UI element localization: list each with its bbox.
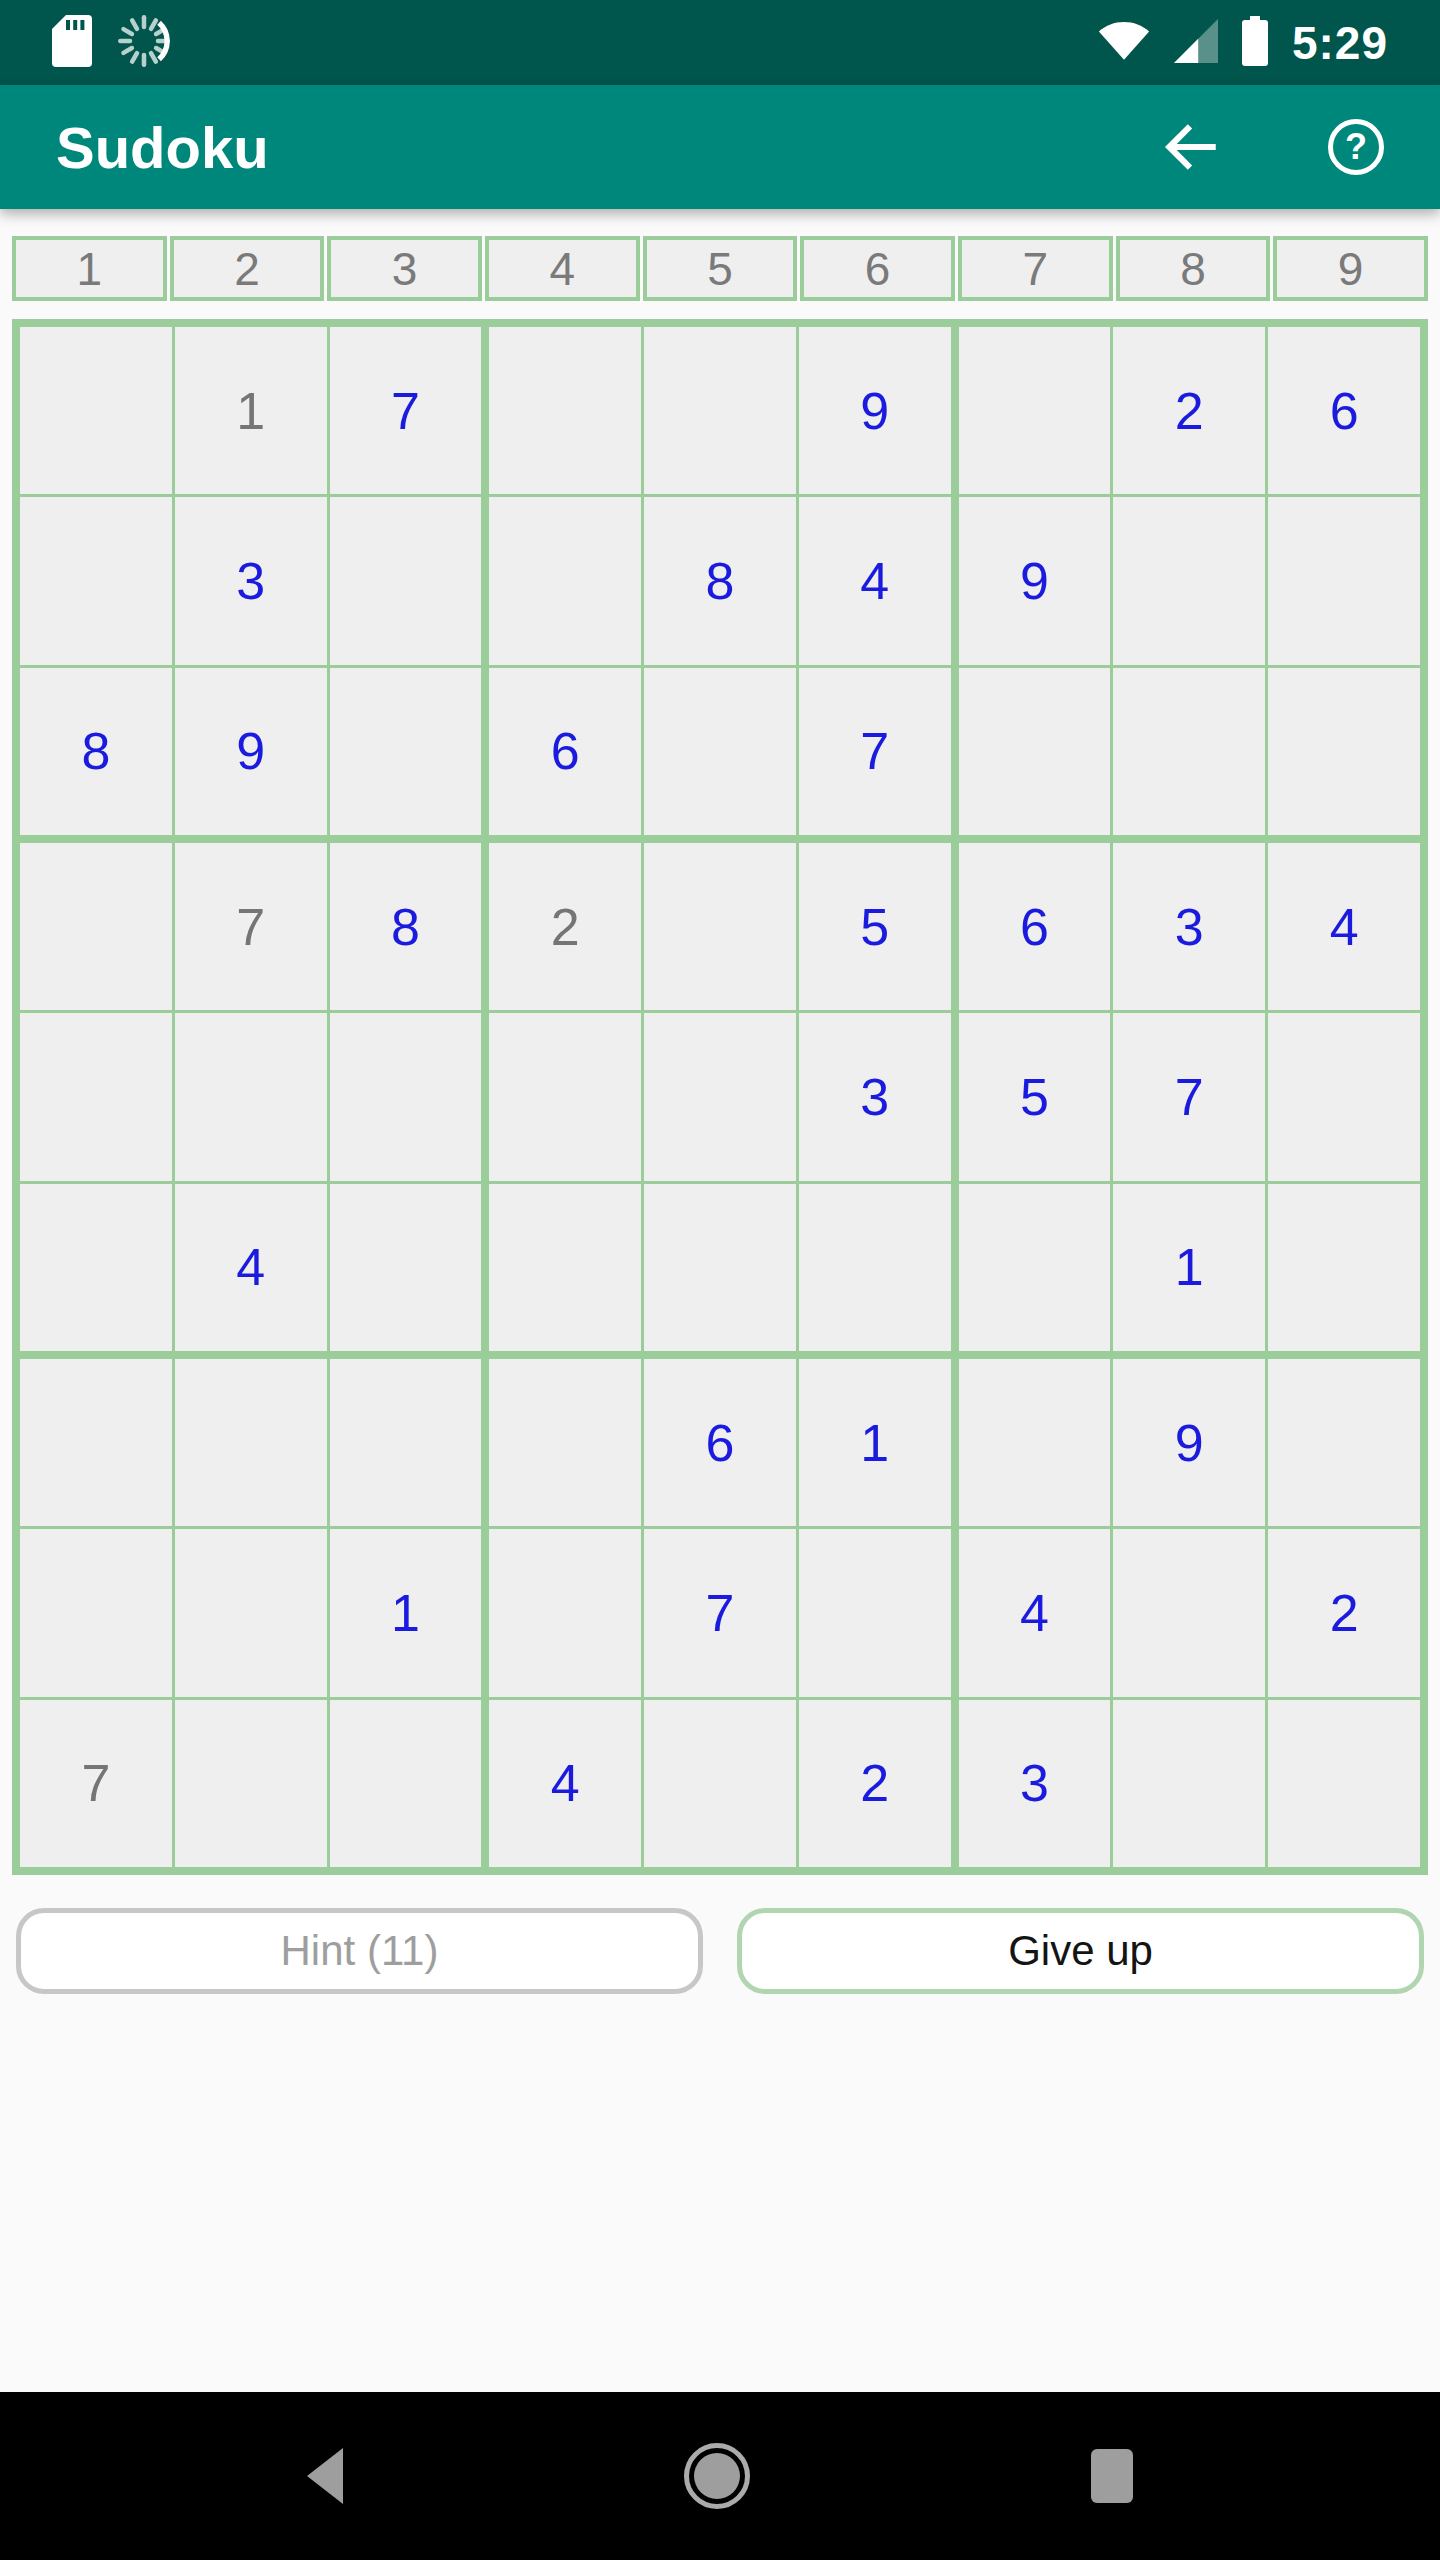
android-nav-bar bbox=[0, 2392, 1440, 2560]
cell-r1c8[interactable]: 2 bbox=[1113, 327, 1265, 494]
nav-recents-icon[interactable] bbox=[1091, 2449, 1133, 2503]
board-block-5: 253 bbox=[489, 843, 950, 1351]
cell-r9c7[interactable]: 3 bbox=[959, 1700, 1111, 1867]
cell-r7c2[interactable] bbox=[175, 1359, 327, 1526]
cell-r8c7[interactable]: 4 bbox=[959, 1529, 1111, 1696]
cell-r2c6[interactable]: 4 bbox=[799, 497, 951, 664]
digit-header-cell-1[interactable]: 1 bbox=[12, 236, 167, 301]
cell-r5c1[interactable] bbox=[20, 1013, 172, 1180]
board-block-6: 634571 bbox=[959, 843, 1420, 1351]
board-block-3: 269 bbox=[959, 327, 1420, 835]
wifi-icon bbox=[1098, 21, 1150, 65]
board-block-1: 17389 bbox=[20, 327, 481, 835]
sudoku-board: 173899846726978425363457117617429423 bbox=[12, 319, 1428, 1875]
board-block-7: 17 bbox=[20, 1359, 481, 1867]
cell-r3c1[interactable]: 8 bbox=[20, 668, 172, 835]
cell-r4c4[interactable]: 2 bbox=[489, 843, 641, 1010]
cell-r8c9[interactable]: 2 bbox=[1268, 1529, 1420, 1696]
cell-r3c8[interactable] bbox=[1113, 668, 1265, 835]
cell-r5c9[interactable] bbox=[1268, 1013, 1420, 1180]
cell-r7c3[interactable] bbox=[330, 1359, 482, 1526]
cell-r9c5[interactable] bbox=[644, 1700, 796, 1867]
battery-icon bbox=[1242, 16, 1268, 70]
cell-r8c2[interactable] bbox=[175, 1529, 327, 1696]
cell-signal-icon bbox=[1174, 19, 1218, 67]
cell-r5c5[interactable] bbox=[644, 1013, 796, 1180]
cell-r7c6[interactable]: 1 bbox=[799, 1359, 951, 1526]
cell-r8c6[interactable] bbox=[799, 1529, 951, 1696]
status-bar-right: 5:29 bbox=[1098, 16, 1388, 70]
cell-r3c2[interactable]: 9 bbox=[175, 668, 327, 835]
cell-r2c8[interactable] bbox=[1113, 497, 1265, 664]
cell-r7c5[interactable]: 6 bbox=[644, 1359, 796, 1526]
digit-header-cell-7[interactable]: 7 bbox=[958, 236, 1113, 301]
back-arrow-icon[interactable] bbox=[1158, 114, 1224, 180]
cell-r5c3[interactable] bbox=[330, 1013, 482, 1180]
cell-r8c5[interactable]: 7 bbox=[644, 1529, 796, 1696]
digit-header: 123456789 bbox=[12, 236, 1428, 301]
cell-r4c9[interactable]: 4 bbox=[1268, 843, 1420, 1010]
cell-r7c1[interactable] bbox=[20, 1359, 172, 1526]
cell-r1c3[interactable]: 7 bbox=[330, 327, 482, 494]
cell-r6c3[interactable] bbox=[330, 1184, 482, 1351]
cell-r5c8[interactable]: 7 bbox=[1113, 1013, 1265, 1180]
cell-r7c8[interactable]: 9 bbox=[1113, 1359, 1265, 1526]
cell-r4c3[interactable]: 8 bbox=[330, 843, 482, 1010]
cell-r2c1[interactable] bbox=[20, 497, 172, 664]
cell-r6c1[interactable] bbox=[20, 1184, 172, 1351]
cell-r6c5[interactable] bbox=[644, 1184, 796, 1351]
cell-r2c7[interactable]: 9 bbox=[959, 497, 1111, 664]
nav-back-icon[interactable] bbox=[307, 2448, 343, 2504]
cell-r9c4[interactable]: 4 bbox=[489, 1700, 641, 1867]
cell-r1c1[interactable] bbox=[20, 327, 172, 494]
cell-r6c8[interactable]: 1 bbox=[1113, 1184, 1265, 1351]
hint-button[interactable]: Hint (11) bbox=[16, 1908, 703, 1994]
help-icon[interactable]: ? bbox=[1328, 119, 1384, 175]
status-time: 5:29 bbox=[1292, 16, 1388, 70]
cell-r9c1[interactable]: 7 bbox=[20, 1700, 172, 1867]
action-buttons: Hint (11) Give up bbox=[16, 1908, 1424, 1994]
digit-header-cell-4[interactable]: 4 bbox=[485, 236, 640, 301]
cell-r4c2[interactable]: 7 bbox=[175, 843, 327, 1010]
cell-r6c4[interactable] bbox=[489, 1184, 641, 1351]
cell-r1c9[interactable]: 6 bbox=[1268, 327, 1420, 494]
status-bar-left bbox=[52, 13, 172, 73]
cell-r9c2[interactable] bbox=[175, 1700, 327, 1867]
cell-r5c2[interactable] bbox=[175, 1013, 327, 1180]
cell-r8c4[interactable] bbox=[489, 1529, 641, 1696]
app-bar: Sudoku ? bbox=[0, 85, 1440, 209]
cell-r9c8[interactable] bbox=[1113, 1700, 1265, 1867]
cell-r3c4[interactable]: 6 bbox=[489, 668, 641, 835]
page-title: Sudoku bbox=[56, 114, 1158, 181]
cell-r9c3[interactable] bbox=[330, 1700, 482, 1867]
cell-r8c3[interactable]: 1 bbox=[330, 1529, 482, 1696]
help-glyph: ? bbox=[1345, 126, 1367, 168]
cell-r1c2[interactable]: 1 bbox=[175, 327, 327, 494]
digit-header-cell-2[interactable]: 2 bbox=[170, 236, 325, 301]
cell-r7c7[interactable] bbox=[959, 1359, 1111, 1526]
give-up-button[interactable]: Give up bbox=[737, 1908, 1424, 1994]
cell-r3c3[interactable] bbox=[330, 668, 482, 835]
cell-r6c6[interactable] bbox=[799, 1184, 951, 1351]
cell-r8c8[interactable] bbox=[1113, 1529, 1265, 1696]
cell-r1c6[interactable]: 9 bbox=[799, 327, 951, 494]
cell-r5c7[interactable]: 5 bbox=[959, 1013, 1111, 1180]
cell-r4c8[interactable]: 3 bbox=[1113, 843, 1265, 1010]
digit-header-cell-6[interactable]: 6 bbox=[800, 236, 955, 301]
cell-r6c9[interactable] bbox=[1268, 1184, 1420, 1351]
nav-home-icon[interactable] bbox=[684, 2443, 750, 2509]
cell-r9c6[interactable]: 2 bbox=[799, 1700, 951, 1867]
cell-r3c9[interactable] bbox=[1268, 668, 1420, 835]
cell-r8c1[interactable] bbox=[20, 1529, 172, 1696]
cell-r4c1[interactable] bbox=[20, 843, 172, 1010]
board-block-8: 61742 bbox=[489, 1359, 950, 1867]
board-block-2: 98467 bbox=[489, 327, 950, 835]
cell-r5c4[interactable] bbox=[489, 1013, 641, 1180]
cell-r3c5[interactable] bbox=[644, 668, 796, 835]
cell-r6c2[interactable]: 4 bbox=[175, 1184, 327, 1351]
digit-header-cell-9[interactable]: 9 bbox=[1273, 236, 1428, 301]
cell-r3c6[interactable]: 7 bbox=[799, 668, 951, 835]
cell-r2c5[interactable]: 8 bbox=[644, 497, 796, 664]
cell-r2c2[interactable]: 3 bbox=[175, 497, 327, 664]
board-block-4: 784 bbox=[20, 843, 481, 1351]
digit-header-cell-3[interactable]: 3 bbox=[327, 236, 482, 301]
cell-r9c9[interactable] bbox=[1268, 1700, 1420, 1867]
digit-header-cell-8[interactable]: 8 bbox=[1116, 236, 1271, 301]
cell-r5c6[interactable]: 3 bbox=[799, 1013, 951, 1180]
cell-r4c5[interactable] bbox=[644, 843, 796, 1010]
cell-r7c9[interactable] bbox=[1268, 1359, 1420, 1526]
cell-r4c6[interactable]: 5 bbox=[799, 843, 951, 1010]
cell-r6c7[interactable] bbox=[959, 1184, 1111, 1351]
board-block-9: 9423 bbox=[959, 1359, 1420, 1867]
cell-r1c7[interactable] bbox=[959, 327, 1111, 494]
cell-r1c4[interactable] bbox=[489, 327, 641, 494]
cell-r7c4[interactable] bbox=[489, 1359, 641, 1526]
digit-header-cell-5[interactable]: 5 bbox=[643, 236, 798, 301]
spinner-icon bbox=[116, 13, 172, 73]
cell-r4c7[interactable]: 6 bbox=[959, 843, 1111, 1010]
cell-r2c4[interactable] bbox=[489, 497, 641, 664]
sd-card-icon bbox=[52, 15, 92, 71]
nav-home-inner-circle bbox=[694, 2453, 740, 2499]
cell-r2c9[interactable] bbox=[1268, 497, 1420, 664]
cell-r3c7[interactable] bbox=[959, 668, 1111, 835]
cell-r1c5[interactable] bbox=[644, 327, 796, 494]
status-bar: 5:29 bbox=[0, 0, 1440, 85]
cell-r2c3[interactable] bbox=[330, 497, 482, 664]
